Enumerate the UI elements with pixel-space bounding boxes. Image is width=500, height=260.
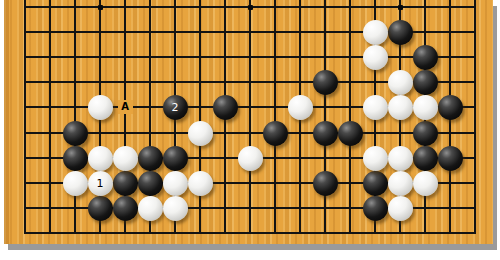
grid-vline [349,0,351,234]
white-stone[interactable] [388,70,413,95]
black-stone[interactable] [263,121,288,146]
white-stone[interactable] [63,171,88,196]
black-stone[interactable] [313,121,338,146]
black-stone[interactable] [388,20,413,45]
grid-hline [24,132,476,134]
white-stone[interactable] [88,146,113,171]
white-stone[interactable] [88,95,113,120]
black-stone[interactable] [363,171,388,196]
white-stone[interactable] [113,146,138,171]
white-stone[interactable] [188,121,213,146]
black-stone[interactable] [138,146,163,171]
white-stone-numbered[interactable]: 1 [88,171,113,196]
white-stone[interactable] [163,196,188,221]
grid-vline [74,0,76,234]
black-stone[interactable] [413,45,438,70]
star-point [398,5,403,10]
black-stone[interactable] [313,171,338,196]
white-stone[interactable] [413,95,438,120]
grid-vline [474,0,476,234]
white-stone[interactable] [388,146,413,171]
white-stone[interactable] [388,95,413,120]
black-stone[interactable] [338,121,363,146]
grid-vline [49,0,51,234]
white-stone[interactable] [188,171,213,196]
go-diagram: 21A [0,0,500,260]
black-stone[interactable] [163,146,188,171]
black-stone[interactable] [113,196,138,221]
grid-hline [24,56,476,58]
white-stone[interactable] [363,20,388,45]
star-point [98,5,103,10]
black-stone[interactable] [413,121,438,146]
star-point [248,5,253,10]
white-stone[interactable] [388,171,413,196]
black-stone[interactable] [63,121,88,146]
black-stone[interactable] [438,95,463,120]
white-stone[interactable] [363,45,388,70]
white-stone[interactable] [413,171,438,196]
white-stone[interactable] [163,171,188,196]
black-stone[interactable] [413,70,438,95]
white-stone[interactable] [238,146,263,171]
black-stone[interactable] [213,95,238,120]
black-stone[interactable] [438,146,463,171]
grid-vline [199,0,201,234]
grid-vline [324,0,326,234]
grid-hline [24,232,476,234]
point-label-A: A [118,100,133,114]
white-stone[interactable] [388,196,413,221]
grid-vline [274,0,276,234]
go-board[interactable]: 21A [4,0,493,244]
black-stone[interactable] [138,171,163,196]
grid-vline [249,0,251,234]
white-stone[interactable] [138,196,163,221]
black-stone-numbered[interactable]: 2 [163,95,188,120]
grid-vline [24,0,26,234]
white-stone[interactable] [363,95,388,120]
white-stone[interactable] [288,95,313,120]
black-stone[interactable] [113,171,138,196]
black-stone[interactable] [88,196,113,221]
black-stone[interactable] [363,196,388,221]
black-stone[interactable] [63,146,88,171]
white-stone[interactable] [363,146,388,171]
black-stone[interactable] [313,70,338,95]
black-stone[interactable] [413,146,438,171]
